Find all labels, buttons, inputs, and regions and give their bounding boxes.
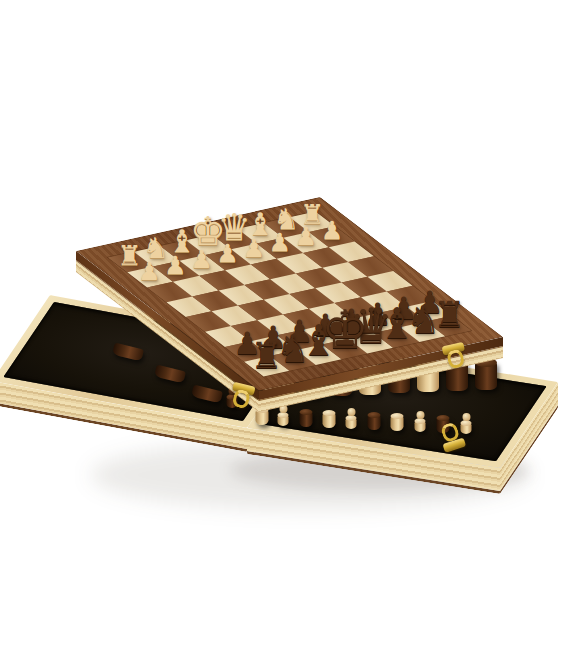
white-pawn: ♟ [138, 259, 160, 284]
white-pawn: ♟ [164, 253, 186, 278]
white-pawn: ♟ [295, 224, 317, 249]
stored-cylinder [256, 410, 269, 425]
stored-cylinder [391, 416, 404, 431]
white-pawn: ♟ [190, 247, 212, 272]
white-pawn: ♟ [242, 236, 264, 261]
stored-pawn [415, 421, 426, 432]
stored-pawn [278, 415, 289, 426]
clasp-hook [446, 348, 466, 369]
cylinder-top-face [323, 410, 336, 416]
stored-cylinder [323, 413, 336, 428]
cylinder-top-face [391, 413, 404, 419]
stored-cylinder [475, 362, 497, 390]
stored-cylinder [300, 412, 313, 427]
black-rook: ♜ [251, 338, 283, 374]
white-pawn: ♟ [216, 241, 238, 266]
pawn-head [416, 411, 424, 419]
stored-pawn [461, 423, 472, 434]
cylinder-top-face [368, 412, 381, 418]
white-pawn: ♟ [268, 230, 290, 255]
stored-cylinder [368, 415, 381, 430]
stored-pawn [346, 418, 357, 429]
white-pawn: ♟ [321, 218, 343, 243]
pawn-head [347, 408, 355, 416]
cylinder-top-face [437, 415, 450, 421]
scene: ♜♞♝♚♛♝♞♜♟♟♟♟♟♟♟♟♟♟♟♟♟♟♟♟♜♞♝♚♛♝♞♜ [0, 0, 580, 652]
cylinder-top-face [300, 409, 313, 415]
pawn-head [462, 413, 470, 421]
